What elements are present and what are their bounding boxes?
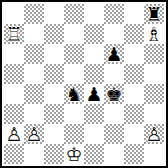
piece-black-knight[interactable]: ♞ xyxy=(64,84,84,104)
pawn-glyph: ♙ xyxy=(144,124,164,144)
knight-glyph: ♞ xyxy=(64,84,84,104)
square-d4[interactable]: ♞ xyxy=(64,84,84,104)
square-g2[interactable] xyxy=(124,124,144,144)
piece-white-rook[interactable]: ♜♖ xyxy=(4,24,24,44)
square-b4[interactable] xyxy=(24,84,44,104)
square-e3[interactable] xyxy=(84,104,104,124)
square-b5[interactable] xyxy=(24,64,44,84)
square-f4[interactable]: ♚ xyxy=(104,84,124,104)
square-a2[interactable]: ♟♙ xyxy=(4,124,24,144)
square-a5[interactable] xyxy=(4,64,24,84)
piece-white-king[interactable]: ♚♔ xyxy=(64,144,84,164)
square-b7[interactable] xyxy=(24,24,44,44)
square-h6[interactable] xyxy=(144,44,164,64)
square-g4[interactable] xyxy=(124,84,144,104)
square-c4[interactable] xyxy=(44,84,64,104)
piece-black-pawn[interactable]: ♟ xyxy=(84,84,104,104)
square-f7[interactable] xyxy=(104,24,124,44)
square-h2[interactable]: ♟♙ xyxy=(144,124,164,144)
square-d8[interactable] xyxy=(64,4,84,24)
square-e2[interactable] xyxy=(84,124,104,144)
board-frame: ♜♜♖♝♗♟♞♟♚♟♙♟♙♟♙♚♔ xyxy=(0,0,168,168)
square-b1[interactable] xyxy=(24,144,44,164)
square-c8[interactable] xyxy=(44,4,64,24)
square-d2[interactable] xyxy=(64,124,84,144)
square-e7[interactable] xyxy=(84,24,104,44)
square-b2[interactable]: ♟♙ xyxy=(24,124,44,144)
pawn-glyph: ♟ xyxy=(84,84,104,104)
square-h4[interactable] xyxy=(144,84,164,104)
square-f8[interactable] xyxy=(104,4,124,24)
square-d6[interactable] xyxy=(64,44,84,64)
square-e6[interactable] xyxy=(84,44,104,64)
square-a8[interactable] xyxy=(4,4,24,24)
piece-black-pawn[interactable]: ♟ xyxy=(104,44,124,64)
square-g7[interactable] xyxy=(124,24,144,44)
square-h8[interactable]: ♜ xyxy=(144,4,164,24)
square-h5[interactable] xyxy=(144,64,164,84)
king-glyph: ♔ xyxy=(64,144,84,164)
square-c2[interactable] xyxy=(44,124,64,144)
pawn-glyph: ♙ xyxy=(4,124,24,144)
square-h1[interactable] xyxy=(144,144,164,164)
square-e8[interactable] xyxy=(84,4,104,24)
square-f3[interactable] xyxy=(104,104,124,124)
rook-glyph: ♜ xyxy=(144,4,164,24)
square-d7[interactable] xyxy=(64,24,84,44)
square-g6[interactable] xyxy=(124,44,144,64)
pawn-glyph: ♟ xyxy=(104,44,124,64)
square-c6[interactable] xyxy=(44,44,64,64)
square-d3[interactable] xyxy=(64,104,84,124)
bishop-glyph: ♗ xyxy=(144,24,164,44)
square-h3[interactable] xyxy=(144,104,164,124)
square-c1[interactable] xyxy=(44,144,64,164)
rook-glyph: ♖ xyxy=(4,24,24,44)
square-c3[interactable] xyxy=(44,104,64,124)
square-a7[interactable]: ♜♖ xyxy=(4,24,24,44)
square-f5[interactable] xyxy=(104,64,124,84)
piece-white-bishop[interactable]: ♝♗ xyxy=(144,24,164,44)
square-a4[interactable] xyxy=(4,84,24,104)
chess-board: ♜♜♖♝♗♟♞♟♚♟♙♟♙♟♙♚♔ xyxy=(4,4,164,164)
square-h7[interactable]: ♝♗ xyxy=(144,24,164,44)
square-e1[interactable] xyxy=(84,144,104,164)
square-f1[interactable] xyxy=(104,144,124,164)
square-d5[interactable] xyxy=(64,64,84,84)
piece-white-pawn[interactable]: ♟♙ xyxy=(4,124,24,144)
square-f6[interactable]: ♟ xyxy=(104,44,124,64)
square-g3[interactable] xyxy=(124,104,144,124)
piece-white-pawn[interactable]: ♟♙ xyxy=(24,124,44,144)
square-d1[interactable]: ♚♔ xyxy=(64,144,84,164)
pawn-glyph: ♙ xyxy=(24,124,44,144)
square-b6[interactable] xyxy=(24,44,44,64)
square-f2[interactable] xyxy=(104,124,124,144)
square-e4[interactable]: ♟ xyxy=(84,84,104,104)
square-g8[interactable] xyxy=(124,4,144,24)
square-g1[interactable] xyxy=(124,144,144,164)
square-a1[interactable] xyxy=(4,144,24,164)
piece-white-pawn[interactable]: ♟♙ xyxy=(144,124,164,144)
square-e5[interactable] xyxy=(84,64,104,84)
square-c5[interactable] xyxy=(44,64,64,84)
square-b3[interactable] xyxy=(24,104,44,124)
square-g5[interactable] xyxy=(124,64,144,84)
square-a3[interactable] xyxy=(4,104,24,124)
piece-black-rook[interactable]: ♜ xyxy=(144,4,164,24)
square-c7[interactable] xyxy=(44,24,64,44)
square-b8[interactable] xyxy=(24,4,44,24)
piece-black-king[interactable]: ♚ xyxy=(104,84,124,104)
square-a6[interactable] xyxy=(4,44,24,64)
king-glyph: ♚ xyxy=(104,84,124,104)
